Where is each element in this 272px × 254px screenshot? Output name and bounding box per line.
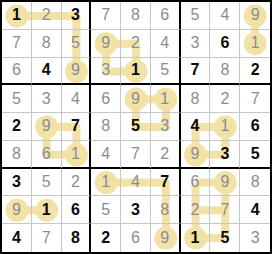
cell-r6c0[interactable]: 3 [2,169,32,197]
cell-r8c8[interactable]: 3 [240,224,270,252]
cell-r0c3[interactable]: 7 [91,2,121,30]
cell-r3c7[interactable]: 2 [210,85,240,113]
cell-r2c0[interactable]: 6 [2,58,32,86]
cell-r6c1[interactable]: 5 [32,169,62,197]
cell-r2c4[interactable]: 1 [121,58,151,86]
cell-r7c6[interactable]: 2 [181,196,211,224]
cell-r2c8[interactable]: 2 [240,58,270,86]
cell-r4c5[interactable]: 3 [151,113,181,141]
cell-r4c2[interactable]: 7 [62,113,92,141]
cell-r1c0[interactable]: 7 [2,30,32,58]
cell-r4c0[interactable]: 2 [2,113,32,141]
cell-r0c7[interactable]: 4 [210,2,240,30]
cell-r2c2[interactable]: 9 [62,58,92,86]
cell-r8c5[interactable]: 9 [151,224,181,252]
cell-r2c6[interactable]: 7 [181,58,211,86]
cell-r8c7[interactable]: 5 [210,224,240,252]
cell-r8c4[interactable]: 6 [121,224,151,252]
cell-r2c1[interactable]: 4 [32,58,62,86]
cell-r1c7[interactable]: 6 [210,30,240,58]
cell-r0c2[interactable]: 3 [62,2,92,30]
cell-r7c0[interactable]: 9 [2,196,32,224]
cell-r8c2[interactable]: 8 [62,224,92,252]
cell-r8c1[interactable]: 7 [32,224,62,252]
cell-r5c0[interactable]: 8 [2,141,32,169]
cell-r8c6[interactable]: 1 [181,224,211,252]
cell-r0c8[interactable]: 9 [240,2,270,30]
cell-r3c0[interactable]: 5 [2,85,32,113]
cell-r3c3[interactable]: 6 [91,85,121,113]
cell-r4c6[interactable]: 4 [181,113,211,141]
cell-r1c4[interactable]: 2 [121,30,151,58]
cell-r8c3[interactable]: 2 [91,224,121,252]
cell-r4c4[interactable]: 5 [121,113,151,141]
sudoku-grid: 1237865497859243616493157825346918272978… [2,2,270,252]
cell-r7c5[interactable]: 8 [151,196,181,224]
cell-r5c1[interactable]: 6 [32,141,62,169]
cell-r5c2[interactable]: 1 [62,141,92,169]
cell-r1c3[interactable]: 9 [91,30,121,58]
cell-r1c6[interactable]: 3 [181,30,211,58]
cell-r1c1[interactable]: 8 [32,30,62,58]
cell-r3c5[interactable]: 1 [151,85,181,113]
cell-r0c5[interactable]: 6 [151,2,181,30]
cell-r1c2[interactable]: 5 [62,30,92,58]
cell-r3c6[interactable]: 8 [181,85,211,113]
cell-r5c3[interactable]: 4 [91,141,121,169]
cell-r6c6[interactable]: 6 [181,169,211,197]
cell-r8c0[interactable]: 4 [2,224,32,252]
cell-r4c8[interactable]: 6 [240,113,270,141]
cell-r7c8[interactable]: 4 [240,196,270,224]
cell-r1c8[interactable]: 1 [240,30,270,58]
cell-r0c0[interactable]: 1 [2,2,32,30]
cell-r1c5[interactable]: 4 [151,30,181,58]
cell-r4c7[interactable]: 1 [210,113,240,141]
cell-r4c3[interactable]: 8 [91,113,121,141]
cell-r3c4[interactable]: 9 [121,85,151,113]
cell-r2c7[interactable]: 8 [210,58,240,86]
cell-r2c3[interactable]: 3 [91,58,121,86]
cell-r6c4[interactable]: 4 [121,169,151,197]
cell-r6c8[interactable]: 8 [240,169,270,197]
cell-r7c2[interactable]: 6 [62,196,92,224]
cell-r7c7[interactable]: 7 [210,196,240,224]
cell-r4c1[interactable]: 9 [32,113,62,141]
cell-r0c1[interactable]: 2 [32,2,62,30]
cell-r6c7[interactable]: 9 [210,169,240,197]
cell-r6c2[interactable]: 2 [62,169,92,197]
cell-r7c1[interactable]: 1 [32,196,62,224]
cell-r5c6[interactable]: 9 [181,141,211,169]
cell-r0c6[interactable]: 5 [181,2,211,30]
cell-r0c4[interactable]: 8 [121,2,151,30]
cell-r5c5[interactable]: 2 [151,141,181,169]
cell-r5c7[interactable]: 3 [210,141,240,169]
sudoku-board: 1237865497859243616493157825346918272978… [0,0,272,254]
cell-r7c3[interactable]: 5 [91,196,121,224]
cell-r7c4[interactable]: 3 [121,196,151,224]
cell-r3c1[interactable]: 3 [32,85,62,113]
cell-r6c3[interactable]: 1 [91,169,121,197]
cell-r5c8[interactable]: 5 [240,141,270,169]
cell-r6c5[interactable]: 7 [151,169,181,197]
cell-r5c4[interactable]: 7 [121,141,151,169]
cell-r3c8[interactable]: 7 [240,85,270,113]
cell-r3c2[interactable]: 4 [62,85,92,113]
cell-r2c5[interactable]: 5 [151,58,181,86]
